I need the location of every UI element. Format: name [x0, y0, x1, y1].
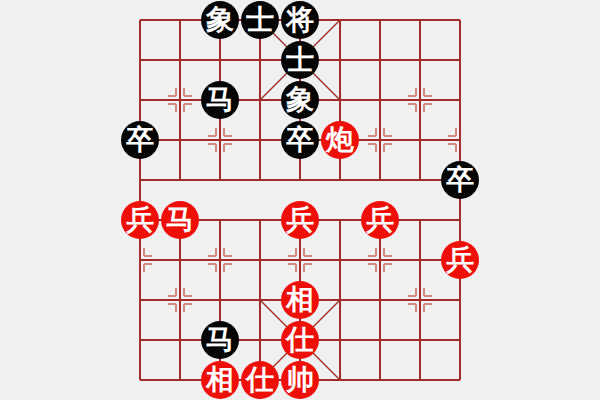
black-advisor[interactable]: 士 [241, 1, 279, 39]
piece-layer: 象士将士马象卒卒炮卒兵马兵兵兵相仕马相仕帅 [120, 0, 480, 400]
red-pawn[interactable]: 兵 [121, 201, 159, 239]
black-advisor[interactable]: 士 [281, 41, 319, 79]
black-elephant[interactable]: 象 [201, 1, 239, 39]
black-general[interactable]: 将 [281, 1, 319, 39]
red-elephant[interactable]: 相 [281, 281, 319, 319]
black-horse[interactable]: 马 [201, 321, 239, 359]
red-pawn[interactable]: 兵 [281, 201, 319, 239]
black-horse[interactable]: 马 [201, 81, 239, 119]
red-cannon[interactable]: 炮 [321, 121, 359, 159]
black-pawn[interactable]: 卒 [441, 161, 479, 199]
red-pawn[interactable]: 兵 [441, 241, 479, 279]
black-pawn[interactable]: 卒 [121, 121, 159, 159]
red-general[interactable]: 帅 [281, 361, 319, 399]
black-pawn[interactable]: 卒 [281, 121, 319, 159]
xiangqi-board: 象士将士马象卒卒炮卒兵马兵兵兵相仕马相仕帅 [0, 0, 600, 400]
red-pawn[interactable]: 兵 [361, 201, 399, 239]
red-horse[interactable]: 马 [161, 201, 199, 239]
black-elephant[interactable]: 象 [281, 81, 319, 119]
red-advisor[interactable]: 仕 [241, 361, 279, 399]
red-advisor[interactable]: 仕 [281, 321, 319, 359]
red-elephant[interactable]: 相 [201, 361, 239, 399]
